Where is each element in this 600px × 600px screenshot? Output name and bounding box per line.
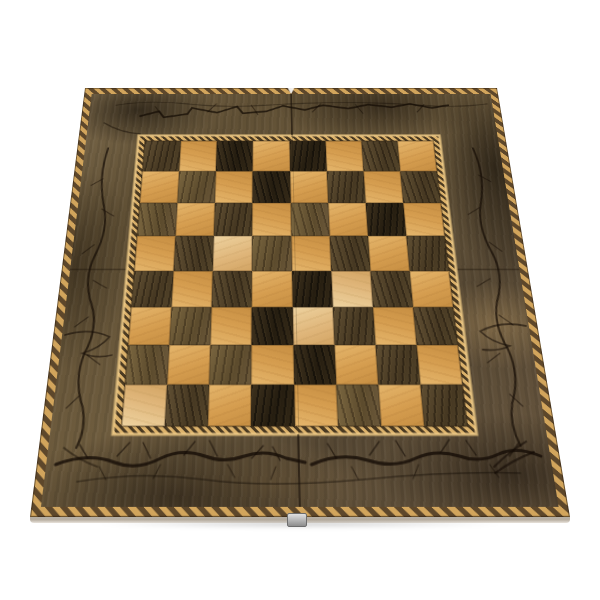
square-e8[interactable]: [289, 141, 326, 171]
border-veneer-seam-left: [70, 269, 127, 271]
square-e5[interactable]: [291, 236, 331, 271]
square-g5[interactable]: [368, 236, 410, 271]
square-d5[interactable]: [252, 236, 291, 271]
square-d6[interactable]: [252, 203, 290, 236]
border-veneer-seam-right: [456, 269, 520, 271]
square-f6[interactable]: [328, 203, 368, 236]
square-g4[interactable]: [370, 271, 413, 307]
square-c1[interactable]: [208, 385, 251, 427]
square-b1[interactable]: [165, 385, 210, 427]
square-d1[interactable]: [251, 385, 294, 427]
square-e7[interactable]: [290, 171, 328, 203]
square-c4[interactable]: [212, 271, 252, 307]
square-a1[interactable]: [122, 385, 168, 427]
square-a4[interactable]: [131, 271, 173, 307]
square-b7[interactable]: [177, 171, 216, 203]
square-c3[interactable]: [211, 307, 252, 345]
square-b6[interactable]: [176, 203, 215, 236]
square-h2[interactable]: [416, 345, 462, 385]
square-e4[interactable]: [292, 271, 333, 307]
square-h1[interactable]: [420, 385, 467, 427]
square-g6[interactable]: [365, 203, 406, 236]
square-e2[interactable]: [293, 345, 336, 385]
square-a7[interactable]: [140, 171, 179, 203]
square-f4[interactable]: [331, 271, 373, 307]
square-f2[interactable]: [334, 345, 378, 385]
square-g1[interactable]: [378, 385, 424, 427]
square-g2[interactable]: [375, 345, 420, 385]
square-h3[interactable]: [413, 307, 458, 345]
square-f8[interactable]: [325, 141, 363, 171]
square-c6[interactable]: [214, 203, 253, 236]
square-b3[interactable]: [169, 307, 211, 345]
square-h5[interactable]: [406, 236, 449, 271]
square-f1[interactable]: [336, 385, 381, 427]
square-g7[interactable]: [363, 171, 403, 203]
square-d2[interactable]: [252, 345, 294, 385]
square-b4[interactable]: [172, 271, 213, 307]
square-d4[interactable]: [252, 271, 292, 307]
square-e6[interactable]: [290, 203, 329, 236]
square-a2[interactable]: [125, 345, 169, 385]
square-f3[interactable]: [332, 307, 375, 345]
square-c8[interactable]: [216, 141, 253, 171]
photo-empty-wooden-chessboard: [0, 0, 600, 600]
square-e1[interactable]: [294, 385, 338, 427]
square-a8[interactable]: [142, 141, 181, 171]
square-a6[interactable]: [137, 203, 177, 236]
square-g8[interactable]: [361, 141, 400, 171]
square-f5[interactable]: [329, 236, 370, 271]
square-b5[interactable]: [174, 236, 214, 271]
square-b8[interactable]: [179, 141, 217, 171]
square-a3[interactable]: [128, 307, 171, 345]
square-b2[interactable]: [167, 345, 210, 385]
square-f7[interactable]: [326, 171, 365, 203]
square-e3[interactable]: [292, 307, 334, 345]
square-h6[interactable]: [403, 203, 445, 236]
square-g3[interactable]: [373, 307, 417, 345]
square-d7[interactable]: [253, 171, 291, 203]
square-c2[interactable]: [209, 345, 251, 385]
square-h8[interactable]: [397, 141, 437, 171]
square-c5[interactable]: [213, 236, 253, 271]
square-h4[interactable]: [409, 271, 453, 307]
square-c7[interactable]: [215, 171, 253, 203]
fold-hinge: [287, 513, 307, 527]
square-h7[interactable]: [400, 171, 441, 203]
square-a5[interactable]: [134, 236, 175, 271]
square-d3[interactable]: [252, 307, 293, 345]
chessboard: [30, 88, 570, 517]
square-d8[interactable]: [253, 141, 290, 171]
